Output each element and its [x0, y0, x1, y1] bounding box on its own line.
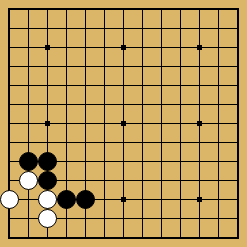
point-G4[interactable]: [114, 171, 133, 190]
point-E7[interactable]: [76, 114, 95, 133]
star-point: [197, 121, 202, 126]
point-M8[interactable]: [209, 95, 228, 114]
point-D13[interactable]: [57, 0, 76, 19]
grid-line-vertical: [161, 152, 162, 171]
point-B7[interactable]: [19, 114, 38, 133]
point-C10[interactable]: [38, 57, 57, 76]
point-M6[interactable]: [209, 133, 228, 152]
grid-line-vertical: [123, 152, 124, 171]
grid-line-vertical: [28, 114, 29, 133]
point-G9[interactable]: [114, 76, 133, 95]
grid-line-vertical: [104, 19, 105, 38]
point-C7[interactable]: [38, 114, 57, 133]
grid-line-vertical: [123, 95, 124, 114]
grid-line-vertical: [142, 114, 143, 133]
point-L10[interactable]: [190, 57, 209, 76]
point-A11[interactable]: [0, 38, 19, 57]
point-E11[interactable]: [76, 38, 95, 57]
grid-line-vertical: [85, 209, 86, 228]
point-C4[interactable]: [38, 171, 57, 190]
grid-line-horizontal: [9, 218, 19, 219]
point-D4[interactable]: [57, 171, 76, 190]
grid-line-vertical: [161, 19, 162, 38]
point-L2[interactable]: [190, 209, 209, 228]
grid-line-vertical: [142, 152, 143, 171]
grid-line-vertical: [9, 133, 10, 152]
point-H10[interactable]: [133, 57, 152, 76]
point-C13[interactable]: [38, 0, 57, 19]
point-F8[interactable]: [95, 95, 114, 114]
grid-line-horizontal: [9, 180, 19, 181]
point-N10[interactable]: [228, 57, 247, 76]
grid-line-vertical: [142, 190, 143, 209]
point-M3[interactable]: [209, 190, 228, 209]
point-D12[interactable]: [57, 19, 76, 38]
grid-line-vertical: [9, 209, 10, 228]
point-E2[interactable]: [76, 209, 95, 228]
point-E13[interactable]: [76, 0, 95, 19]
point-E4[interactable]: [76, 171, 95, 190]
grid-line-vertical: [218, 209, 219, 228]
point-M5[interactable]: [209, 152, 228, 171]
white-stone: [38, 190, 57, 209]
point-N1[interactable]: [228, 228, 247, 247]
point-B12[interactable]: [19, 19, 38, 38]
grid-line-vertical: [218, 228, 219, 238]
point-E3[interactable]: [76, 190, 95, 209]
grid-line-vertical: [237, 95, 238, 114]
grid-line-vertical: [218, 19, 219, 38]
point-H1[interactable]: [133, 228, 152, 247]
grid-line-vertical: [199, 19, 200, 38]
grid-line-vertical: [237, 171, 238, 190]
point-F9[interactable]: [95, 76, 114, 95]
grid-line-vertical: [28, 19, 29, 38]
point-N6[interactable]: [228, 133, 247, 152]
grid-line-vertical: [104, 9, 105, 19]
grid-line-vertical: [199, 228, 200, 238]
grid-line-vertical: [161, 133, 162, 152]
point-C1[interactable]: [38, 228, 57, 247]
grid-line-vertical: [199, 9, 200, 19]
grid-line-vertical: [161, 209, 162, 228]
grid-line-vertical: [85, 152, 86, 171]
point-L1[interactable]: [190, 228, 209, 247]
point-F5[interactable]: [95, 152, 114, 171]
point-H8[interactable]: [133, 95, 152, 114]
point-K12[interactable]: [171, 19, 190, 38]
grid-line-vertical: [123, 19, 124, 38]
grid-line-vertical: [180, 228, 181, 238]
point-B5[interactable]: [19, 152, 38, 171]
point-H6[interactable]: [133, 133, 152, 152]
point-N8[interactable]: [228, 95, 247, 114]
point-N5[interactable]: [228, 152, 247, 171]
grid-line-vertical: [180, 190, 181, 209]
grid-line-vertical: [85, 19, 86, 38]
point-A13[interactable]: [0, 0, 19, 19]
point-L12[interactable]: [190, 19, 209, 38]
point-K7[interactable]: [171, 114, 190, 133]
white-stone: [0, 190, 19, 209]
point-E12[interactable]: [76, 19, 95, 38]
point-B11[interactable]: [19, 38, 38, 57]
point-K4[interactable]: [171, 171, 190, 190]
grid-line-vertical: [47, 9, 48, 19]
grid-line-vertical: [104, 95, 105, 114]
point-C12[interactable]: [38, 19, 57, 38]
point-J13[interactable]: [152, 0, 171, 19]
point-L5[interactable]: [190, 152, 209, 171]
point-H4[interactable]: [133, 171, 152, 190]
point-G3[interactable]: [114, 190, 133, 209]
point-B1[interactable]: [19, 228, 38, 247]
point-L9[interactable]: [190, 76, 209, 95]
grid-line-vertical: [85, 76, 86, 95]
point-H13[interactable]: [133, 0, 152, 19]
point-G1[interactable]: [114, 228, 133, 247]
point-B9[interactable]: [19, 76, 38, 95]
point-F7[interactable]: [95, 114, 114, 133]
point-H5[interactable]: [133, 152, 152, 171]
grid-line-vertical: [66, 95, 67, 114]
point-B10[interactable]: [19, 57, 38, 76]
point-J9[interactable]: [152, 76, 171, 95]
grid-line-vertical: [218, 57, 219, 76]
grid-line-vertical: [180, 133, 181, 152]
star-point: [197, 197, 202, 202]
grid-line-vertical: [66, 209, 67, 228]
point-B8[interactable]: [19, 95, 38, 114]
point-A7[interactable]: [0, 114, 19, 133]
grid-line-vertical: [47, 76, 48, 95]
point-M7[interactable]: [209, 114, 228, 133]
grid-line-vertical: [9, 19, 10, 38]
grid-line-vertical: [66, 57, 67, 76]
point-K5[interactable]: [171, 152, 190, 171]
point-A4[interactable]: [0, 171, 19, 190]
point-J12[interactable]: [152, 19, 171, 38]
grid-line-vertical: [161, 95, 162, 114]
point-D6[interactable]: [57, 133, 76, 152]
point-G10[interactable]: [114, 57, 133, 76]
grid-line-vertical: [85, 228, 86, 238]
point-B3[interactable]: [19, 190, 38, 209]
point-H7[interactable]: [133, 114, 152, 133]
point-K10[interactable]: [171, 57, 190, 76]
point-J4[interactable]: [152, 171, 171, 190]
point-L7[interactable]: [190, 114, 209, 133]
point-C5[interactable]: [38, 152, 57, 171]
point-F13[interactable]: [95, 0, 114, 19]
grid-line-vertical: [123, 57, 124, 76]
point-L3[interactable]: [190, 190, 209, 209]
point-B6[interactable]: [19, 133, 38, 152]
point-K2[interactable]: [171, 209, 190, 228]
grid-line-vertical: [66, 152, 67, 171]
point-K6[interactable]: [171, 133, 190, 152]
grid-line-vertical: [199, 152, 200, 171]
point-F2[interactable]: [95, 209, 114, 228]
point-K9[interactable]: [171, 76, 190, 95]
point-A5[interactable]: [0, 152, 19, 171]
grid-line-vertical: [218, 190, 219, 209]
grid-line-vertical: [199, 57, 200, 76]
point-A10[interactable]: [0, 57, 19, 76]
grid-line-vertical: [161, 114, 162, 133]
grid-line-vertical: [104, 209, 105, 228]
point-D5[interactable]: [57, 152, 76, 171]
grid-line-horizontal: [9, 66, 19, 67]
grid-line-vertical: [142, 95, 143, 114]
grid-line-vertical: [28, 209, 29, 228]
grid-line-vertical: [237, 19, 238, 38]
grid-line-vertical: [199, 76, 200, 95]
point-H3[interactable]: [133, 190, 152, 209]
grid-line-vertical: [104, 114, 105, 133]
point-D10[interactable]: [57, 57, 76, 76]
grid-line-vertical: [9, 57, 10, 76]
point-J8[interactable]: [152, 95, 171, 114]
point-A8[interactable]: [0, 95, 19, 114]
point-E6[interactable]: [76, 133, 95, 152]
grid-line-vertical: [199, 209, 200, 228]
grid-line-vertical: [9, 38, 10, 57]
grid-line-vertical: [237, 209, 238, 228]
point-M13[interactable]: [209, 0, 228, 19]
point-J3[interactable]: [152, 190, 171, 209]
point-D7[interactable]: [57, 114, 76, 133]
grid-line-vertical: [123, 76, 124, 95]
point-F10[interactable]: [95, 57, 114, 76]
point-G11[interactable]: [114, 38, 133, 57]
point-C9[interactable]: [38, 76, 57, 95]
point-C6[interactable]: [38, 133, 57, 152]
grid-line-vertical: [161, 190, 162, 209]
point-G5[interactable]: [114, 152, 133, 171]
grid-line-vertical: [123, 133, 124, 152]
point-E5[interactable]: [76, 152, 95, 171]
grid-line-vertical: [9, 171, 10, 190]
grid-line-vertical: [218, 133, 219, 152]
point-A2[interactable]: [0, 209, 19, 228]
point-F6[interactable]: [95, 133, 114, 152]
point-J2[interactable]: [152, 209, 171, 228]
grid-line-vertical: [180, 19, 181, 38]
grid-line-vertical: [237, 114, 238, 133]
grid-line-vertical: [237, 9, 238, 19]
point-M10[interactable]: [209, 57, 228, 76]
grid-line-vertical: [104, 190, 105, 209]
grid-line-vertical: [142, 209, 143, 228]
grid-line-vertical: [142, 57, 143, 76]
grid-line-vertical: [28, 133, 29, 152]
grid-line-vertical: [66, 228, 67, 238]
grid-line-vertical: [142, 171, 143, 190]
grid-line-horizontal: [9, 123, 19, 124]
grid-line-vertical: [199, 171, 200, 190]
grid-line-horizontal: [9, 161, 19, 162]
grid-line-vertical: [9, 114, 10, 133]
point-K3[interactable]: [171, 190, 190, 209]
point-G7[interactable]: [114, 114, 133, 133]
point-J7[interactable]: [152, 114, 171, 133]
grid-line-vertical: [199, 133, 200, 152]
grid-line-vertical: [47, 228, 48, 238]
point-C2[interactable]: [38, 209, 57, 228]
point-A1[interactable]: [0, 228, 19, 247]
point-M9[interactable]: [209, 76, 228, 95]
star-point: [45, 45, 50, 50]
board-grid: [0, 0, 247, 247]
point-B2[interactable]: [19, 209, 38, 228]
point-M2[interactable]: [209, 209, 228, 228]
point-G13[interactable]: [114, 0, 133, 19]
grid-line-vertical: [9, 76, 10, 95]
grid-line-vertical: [218, 38, 219, 57]
grid-line-vertical: [66, 114, 67, 133]
point-J5[interactable]: [152, 152, 171, 171]
white-stone: [19, 171, 38, 190]
point-L6[interactable]: [190, 133, 209, 152]
grid-line-vertical: [180, 9, 181, 19]
grid-line-vertical: [9, 228, 10, 238]
point-N4[interactable]: [228, 171, 247, 190]
point-G6[interactable]: [114, 133, 133, 152]
point-J6[interactable]: [152, 133, 171, 152]
point-H12[interactable]: [133, 19, 152, 38]
grid-line-vertical: [47, 95, 48, 114]
grid-line-vertical: [142, 228, 143, 238]
point-M12[interactable]: [209, 19, 228, 38]
point-M1[interactable]: [209, 228, 228, 247]
point-K11[interactable]: [171, 38, 190, 57]
point-G8[interactable]: [114, 95, 133, 114]
point-D2[interactable]: [57, 209, 76, 228]
grid-line-vertical: [47, 133, 48, 152]
grid-line-vertical: [218, 171, 219, 190]
point-D11[interactable]: [57, 38, 76, 57]
grid-line-vertical: [104, 171, 105, 190]
point-C11[interactable]: [38, 38, 57, 57]
point-N7[interactable]: [228, 114, 247, 133]
grid-line-horizontal: [9, 85, 19, 86]
grid-line-vertical: [237, 57, 238, 76]
point-B4[interactable]: [19, 171, 38, 190]
point-L13[interactable]: [190, 0, 209, 19]
point-F12[interactable]: [95, 19, 114, 38]
point-E8[interactable]: [76, 95, 95, 114]
grid-line-vertical: [180, 152, 181, 171]
grid-line-vertical: [180, 114, 181, 133]
point-N11[interactable]: [228, 38, 247, 57]
grid-line-vertical: [28, 9, 29, 19]
point-M4[interactable]: [209, 171, 228, 190]
grid-line-vertical: [85, 57, 86, 76]
black-stone: [57, 190, 76, 209]
point-F1[interactable]: [95, 228, 114, 247]
point-H2[interactable]: [133, 209, 152, 228]
point-N2[interactable]: [228, 209, 247, 228]
grid-line-vertical: [47, 19, 48, 38]
point-D9[interactable]: [57, 76, 76, 95]
point-M11[interactable]: [209, 38, 228, 57]
grid-line-vertical: [180, 95, 181, 114]
point-N9[interactable]: [228, 76, 247, 95]
star-point: [45, 121, 50, 126]
star-point: [121, 121, 126, 126]
grid-line-vertical: [104, 152, 105, 171]
point-D1[interactable]: [57, 228, 76, 247]
grid-line-vertical: [161, 76, 162, 95]
point-A3[interactable]: [0, 190, 19, 209]
grid-line-vertical: [161, 9, 162, 19]
point-K8[interactable]: [171, 95, 190, 114]
grid-line-vertical: [66, 76, 67, 95]
point-L11[interactable]: [190, 38, 209, 57]
grid-line-vertical: [180, 57, 181, 76]
point-N3[interactable]: [228, 190, 247, 209]
point-F11[interactable]: [95, 38, 114, 57]
point-H11[interactable]: [133, 38, 152, 57]
point-N12[interactable]: [228, 19, 247, 38]
grid-line-horizontal: [9, 9, 19, 10]
grid-line-vertical: [180, 76, 181, 95]
point-C8[interactable]: [38, 95, 57, 114]
grid-line-vertical: [123, 228, 124, 238]
point-G2[interactable]: [114, 209, 133, 228]
grid-line-vertical: [161, 228, 162, 238]
point-A9[interactable]: [0, 76, 19, 95]
point-E10[interactable]: [76, 57, 95, 76]
black-stone: [38, 171, 57, 190]
point-H9[interactable]: [133, 76, 152, 95]
grid-line-vertical: [123, 9, 124, 19]
grid-line-vertical: [66, 133, 67, 152]
grid-line-vertical: [104, 57, 105, 76]
grid-line-vertical: [9, 95, 10, 114]
star-point: [197, 45, 202, 50]
point-F4[interactable]: [95, 171, 114, 190]
grid-line-vertical: [123, 209, 124, 228]
point-C3[interactable]: [38, 190, 57, 209]
point-J10[interactable]: [152, 57, 171, 76]
grid-line-vertical: [218, 114, 219, 133]
grid-line-vertical: [28, 95, 29, 114]
point-K1[interactable]: [171, 228, 190, 247]
grid-line-vertical: [28, 228, 29, 238]
point-G12[interactable]: [114, 19, 133, 38]
point-L8[interactable]: [190, 95, 209, 114]
point-A6[interactable]: [0, 133, 19, 152]
point-B13[interactable]: [19, 0, 38, 19]
point-D3[interactable]: [57, 190, 76, 209]
point-D8[interactable]: [57, 95, 76, 114]
point-F3[interactable]: [95, 190, 114, 209]
point-K13[interactable]: [171, 0, 190, 19]
grid-line-vertical: [28, 38, 29, 57]
point-E1[interactable]: [76, 228, 95, 247]
grid-line-horizontal: [9, 104, 19, 105]
point-J1[interactable]: [152, 228, 171, 247]
star-point: [121, 45, 126, 50]
point-A12[interactable]: [0, 19, 19, 38]
grid-line-vertical: [218, 95, 219, 114]
point-L4[interactable]: [190, 171, 209, 190]
point-J11[interactable]: [152, 38, 171, 57]
point-E9[interactable]: [76, 76, 95, 95]
point-N13[interactable]: [228, 0, 247, 19]
